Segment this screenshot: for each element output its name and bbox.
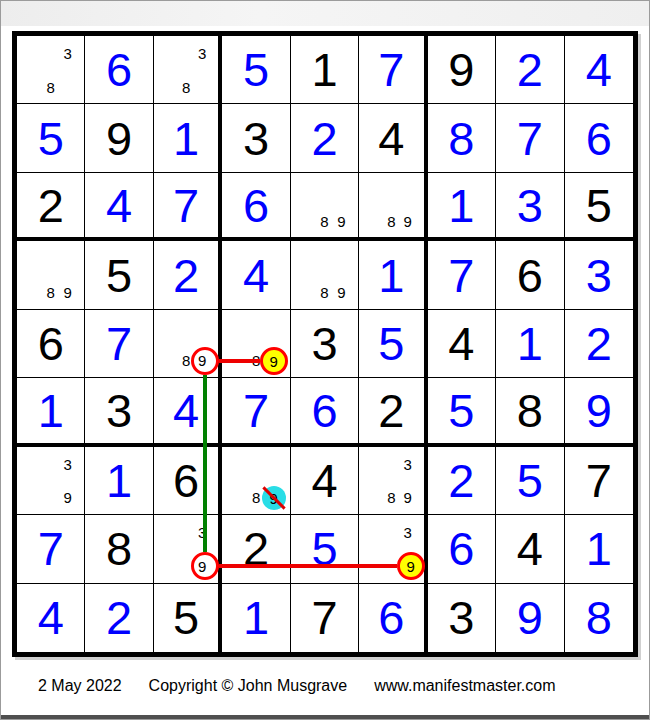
cell-r7c9[interactable]: 7 [565, 447, 633, 515]
cell-r4c9[interactable]: 3 [565, 241, 633, 309]
cell-value: 7 [85, 310, 152, 377]
cell-value: 1 [496, 310, 563, 377]
cell-value: 4 [565, 36, 633, 103]
cell-r7c1[interactable]: 39 [17, 447, 85, 515]
cell-r6c1[interactable]: 1 [17, 378, 85, 446]
cell-value: 2 [359, 378, 423, 442]
cell-value: 2 [428, 447, 495, 514]
cell-r8c1[interactable]: 7 [17, 515, 85, 583]
page: 3863851792459132487624768989135895248917… [0, 0, 650, 720]
cell-value: 3 [222, 104, 289, 171]
pencil-mark: 9 [198, 558, 206, 573]
cell-value: 6 [565, 104, 633, 171]
cell-r6c6[interactable]: 2 [359, 378, 427, 446]
cell-r3c2[interactable]: 4 [85, 173, 153, 241]
cell-value: 8 [565, 584, 633, 652]
pencil-mark: 3 [198, 45, 206, 60]
cell-value: 9 [85, 104, 152, 171]
cell-value: 5 [222, 36, 289, 103]
pencil-mark: 9 [403, 558, 411, 573]
cell-r2c7[interactable]: 8 [428, 104, 496, 172]
cell-r1c8[interactable]: 2 [496, 36, 564, 104]
cell-value: 6 [17, 310, 84, 377]
cell-r6c7[interactable]: 5 [428, 378, 496, 446]
cell-value: 7 [154, 173, 218, 237]
cell-r4c8[interactable]: 6 [496, 241, 564, 309]
pencil-mark: 3 [403, 524, 411, 539]
cell-r4c4[interactable]: 4 [222, 241, 290, 309]
cell-r1c3[interactable]: 38 [154, 36, 222, 104]
cell-value: 4 [359, 104, 423, 171]
cell-r9c3[interactable]: 5 [154, 584, 222, 652]
cell-r9c4[interactable]: 1 [222, 584, 290, 652]
pencil-mark: 8 [387, 490, 395, 505]
cell-value: 2 [496, 36, 563, 103]
cell-r7c4[interactable]: 89 [222, 447, 290, 515]
pencil-mark: 9 [337, 284, 345, 299]
cell-value: 8 [496, 378, 563, 442]
cell-value: 7 [17, 515, 84, 582]
cell-r1c7[interactable]: 9 [428, 36, 496, 104]
pencil-mark: 8 [47, 284, 55, 299]
cell-value: 4 [85, 173, 152, 237]
pencil-mark: 8 [252, 353, 260, 368]
cell-r5c2[interactable]: 7 [85, 310, 153, 378]
cell-value: 5 [565, 173, 633, 237]
header-strip [1, 1, 649, 26]
cell-value: 3 [291, 310, 358, 377]
cell-value: 7 [359, 36, 423, 103]
cell-r1c1[interactable]: 38 [17, 36, 85, 104]
cell-value: 7 [428, 241, 495, 308]
cell-value: 6 [291, 378, 358, 442]
cell-value: 6 [85, 36, 152, 103]
cell-value: 2 [565, 310, 633, 377]
cell-r2c2[interactable]: 9 [85, 104, 153, 172]
cell-r2c9[interactable]: 6 [565, 104, 633, 172]
cell-value: 5 [428, 378, 495, 442]
cell-value: 5 [85, 241, 152, 308]
pencil-mark: 8 [182, 353, 190, 368]
pencil-mark: 9 [63, 284, 71, 299]
cell-r3c6[interactable]: 89 [359, 173, 427, 241]
pencil-mark: 8 [387, 214, 395, 229]
cell-r9c2[interactable]: 2 [85, 584, 153, 652]
cell-r7c3[interactable]: 6 [154, 447, 222, 515]
footer-date: 2 May 2022 [38, 677, 122, 694]
cell-r7c7[interactable]: 2 [428, 447, 496, 515]
cell-r6c5[interactable]: 6 [291, 378, 359, 446]
cell-value: 5 [496, 447, 563, 514]
cell-r1c4[interactable]: 5 [222, 36, 290, 104]
cell-r8c6[interactable]: 39 [359, 515, 427, 583]
pencil-mark: 9 [269, 353, 277, 368]
cell-value: 6 [496, 241, 563, 308]
cell-r9c6[interactable]: 6 [359, 584, 427, 652]
pencil-mark: 3 [63, 45, 71, 60]
cell-r4c1[interactable]: 89 [17, 241, 85, 309]
cell-value: 6 [222, 173, 289, 237]
pencil-mark: 9 [198, 353, 206, 368]
cell-r2c6[interactable]: 4 [359, 104, 427, 172]
cell-r8c7[interactable]: 6 [428, 515, 496, 583]
pencil-mark: 9 [403, 214, 411, 229]
cell-r9c5[interactable]: 7 [291, 584, 359, 652]
cell-r3c9[interactable]: 5 [565, 173, 633, 241]
cell-value: 5 [359, 310, 423, 377]
cell-value: 8 [85, 515, 152, 582]
cell-r8c9[interactable]: 1 [565, 515, 633, 583]
cell-value: 7 [565, 447, 633, 514]
cell-r8c8[interactable]: 4 [496, 515, 564, 583]
cell-r4c7[interactable]: 7 [428, 241, 496, 309]
cell-r5c7[interactable]: 4 [428, 310, 496, 378]
cell-r1c9[interactable]: 4 [565, 36, 633, 104]
cell-r9c7[interactable]: 3 [428, 584, 496, 652]
footer: 2 May 2022Copyright © John Musgravewww.m… [38, 677, 583, 695]
cell-value: 9 [565, 378, 633, 442]
cell-value: 9 [428, 36, 495, 103]
cell-r4c3[interactable]: 2 [154, 241, 222, 309]
cell-value: 3 [565, 241, 633, 308]
cell-r5c8[interactable]: 1 [496, 310, 564, 378]
cell-value: 5 [17, 104, 84, 171]
cell-value: 5 [154, 584, 218, 652]
cell-r7c5[interactable]: 4 [291, 447, 359, 515]
cell-value: 7 [291, 584, 358, 652]
cell-value: 9 [496, 584, 563, 652]
cell-value: 8 [428, 104, 495, 171]
cell-r6c4[interactable]: 7 [222, 378, 290, 446]
cell-value: 2 [222, 515, 289, 582]
cell-value: 1 [291, 36, 358, 103]
cell-value: 4 [496, 515, 563, 582]
cell-value: 6 [428, 515, 495, 582]
cell-value: 1 [565, 515, 633, 582]
cell-value: 2 [154, 241, 218, 308]
pencil-mark: 3 [403, 456, 411, 471]
sudoku-board: 3863851792459132487624768989135895248917… [12, 31, 638, 657]
cell-value: 1 [17, 378, 84, 442]
pencil-mark: 9 [403, 490, 411, 505]
cell-r1c2[interactable]: 6 [85, 36, 153, 104]
cell-r8c5[interactable]: 5 [291, 515, 359, 583]
cell-value: 1 [428, 173, 495, 237]
pencil-mark: 8 [252, 490, 260, 505]
cell-r9c9[interactable]: 8 [565, 584, 633, 652]
cell-value: 3 [85, 378, 152, 442]
cell-r6c8[interactable]: 8 [496, 378, 564, 446]
cell-value: 4 [17, 584, 84, 652]
cell-value: 2 [291, 104, 358, 171]
cell-r3c5[interactable]: 89 [291, 173, 359, 241]
cell-r7c6[interactable]: 389 [359, 447, 427, 515]
cell-r8c4[interactable]: 2 [222, 515, 290, 583]
cell-value: 3 [428, 584, 495, 652]
cell-value: 2 [85, 584, 152, 652]
cell-r4c2[interactable]: 5 [85, 241, 153, 309]
window-bottom-edge [1, 715, 649, 719]
pencil-mark: 9 [269, 490, 277, 505]
cell-r4c6[interactable]: 1 [359, 241, 427, 309]
cell-r5c1[interactable]: 6 [17, 310, 85, 378]
pencil-mark: 8 [320, 284, 328, 299]
pencil-mark: 8 [47, 79, 55, 94]
cell-value: 6 [359, 584, 423, 652]
cell-r3c8[interactable]: 3 [496, 173, 564, 241]
footer-website: www.manifestmaster.com [374, 677, 555, 694]
cell-r8c2[interactable]: 8 [85, 515, 153, 583]
cell-r6c9[interactable]: 9 [565, 378, 633, 446]
cell-r8c3[interactable]: 39 [154, 515, 222, 583]
cell-value: 4 [428, 310, 495, 377]
cell-r1c5[interactable]: 1 [291, 36, 359, 104]
cell-value: 1 [154, 104, 218, 171]
cell-r5c3[interactable]: 89 [154, 310, 222, 378]
pencil-mark: 8 [182, 79, 190, 94]
footer-copyright: Copyright © John Musgrave [149, 677, 348, 694]
cell-value: 1 [359, 241, 423, 308]
cell-value: 1 [85, 447, 152, 514]
cell-r2c3[interactable]: 1 [154, 104, 222, 172]
pencil-mark: 3 [63, 456, 71, 471]
pencil-mark: 8 [320, 214, 328, 229]
cell-value: 7 [496, 104, 563, 171]
cell-r2c5[interactable]: 2 [291, 104, 359, 172]
cell-r5c9[interactable]: 2 [565, 310, 633, 378]
cell-r3c1[interactable]: 2 [17, 173, 85, 241]
cell-value: 2 [17, 173, 84, 237]
cell-r3c7[interactable]: 1 [428, 173, 496, 241]
cell-r3c3[interactable]: 7 [154, 173, 222, 241]
cell-r9c1[interactable]: 4 [17, 584, 85, 652]
cell-r3c4[interactable]: 6 [222, 173, 290, 241]
cell-value: 6 [154, 447, 218, 514]
pencil-mark: 9 [63, 490, 71, 505]
cell-r7c2[interactable]: 1 [85, 447, 153, 515]
cell-value: 1 [222, 584, 289, 652]
cell-value: 3 [496, 173, 563, 237]
cell-r1c6[interactable]: 7 [359, 36, 427, 104]
cell-value: 4 [291, 447, 358, 514]
cell-r6c2[interactable]: 3 [85, 378, 153, 446]
cell-r6c3[interactable]: 4 [154, 378, 222, 446]
cell-r5c5[interactable]: 3 [291, 310, 359, 378]
cell-r2c4[interactable]: 3 [222, 104, 290, 172]
cell-value: 5 [291, 515, 358, 582]
cell-r2c8[interactable]: 7 [496, 104, 564, 172]
cell-value: 7 [222, 378, 289, 442]
pencil-mark: 3 [198, 524, 206, 539]
cell-r4c5[interactable]: 89 [291, 241, 359, 309]
cell-r7c8[interactable]: 5 [496, 447, 564, 515]
cell-r2c1[interactable]: 5 [17, 104, 85, 172]
cell-r5c4[interactable]: 89 [222, 310, 290, 378]
cell-r9c8[interactable]: 9 [496, 584, 564, 652]
cell-value: 4 [154, 378, 218, 442]
pencil-mark: 9 [337, 214, 345, 229]
cell-r5c6[interactable]: 5 [359, 310, 427, 378]
cell-value: 4 [222, 241, 289, 308]
